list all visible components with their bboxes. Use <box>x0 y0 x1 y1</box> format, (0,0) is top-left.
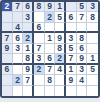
cell-r4c1[interactable]: 7 <box>2 33 13 43</box>
cell-r3c9[interactable] <box>87 23 98 34</box>
cell-r2c9[interactable]: 8 <box>87 12 98 22</box>
cell-r7c5[interactable]: 7 <box>45 65 56 75</box>
cell-r7c9[interactable]: 5 <box>87 65 98 75</box>
cell-r3c5[interactable] <box>45 23 56 34</box>
cell-r8c9[interactable] <box>87 75 98 85</box>
cell-r2c5[interactable]: 2 <box>45 12 56 22</box>
cell-r4c8[interactable]: 8 <box>77 33 88 43</box>
cell-r1c6[interactable]: 1 <box>55 2 66 12</box>
cell-r3c7[interactable] <box>66 23 77 34</box>
cell-r9c2[interactable] <box>13 86 24 96</box>
cell-r1c5[interactable]: 9 <box>45 2 56 12</box>
cell-r2c6[interactable]: 5 <box>55 12 66 22</box>
cell-r7c7[interactable]: 1 <box>66 65 77 75</box>
cell-r4c2[interactable]: 6 <box>13 33 24 43</box>
cell-r4c5[interactable]: 1 <box>45 33 56 43</box>
cell-r4c6[interactable]: 9 <box>55 33 66 43</box>
cell-r9c6[interactable] <box>55 86 66 96</box>
cell-r6c9[interactable]: 1 <box>87 54 98 65</box>
cell-r1c3[interactable]: 6 <box>23 2 34 12</box>
cell-r8c5[interactable]: 8 <box>45 75 56 85</box>
cell-r2c8[interactable]: 7 <box>77 12 88 22</box>
cell-r4c3[interactable]: 2 <box>23 33 34 43</box>
cell-r6c3[interactable]: 8 <box>23 54 34 65</box>
cell-r7c2[interactable] <box>13 65 24 75</box>
cell-r7c8[interactable]: 3 <box>77 65 88 75</box>
cell-r6c7[interactable]: 7 <box>66 54 77 65</box>
cell-r2c3[interactable]: 3 <box>23 12 34 22</box>
cell-r6c2[interactable] <box>13 54 24 65</box>
cell-r9c8[interactable] <box>77 86 88 96</box>
cell-r7c4[interactable]: 2 <box>34 65 45 75</box>
cell-r8c4[interactable] <box>34 75 45 85</box>
cell-r5c1[interactable]: 9 <box>2 44 13 54</box>
cell-r1c8[interactable]: 5 <box>77 2 88 12</box>
sudoku-board: 2768915332567846762193893178568362791692… <box>0 0 100 98</box>
cell-r6c5[interactable]: 6 <box>45 54 56 65</box>
cell-r5c2[interactable]: 3 <box>13 44 24 54</box>
cell-r6c4[interactable]: 3 <box>34 54 45 65</box>
cell-r1c2[interactable]: 7 <box>13 2 24 12</box>
cell-r8c2[interactable]: 2 <box>13 75 24 85</box>
cell-r8c6[interactable] <box>55 75 66 85</box>
cell-r9c5[interactable] <box>45 86 56 96</box>
cell-r4c7[interactable]: 3 <box>66 33 77 43</box>
cell-r6c8[interactable]: 9 <box>77 54 88 65</box>
cell-r8c7[interactable]: 9 <box>66 75 77 85</box>
cell-r9c3[interactable] <box>23 86 34 96</box>
cell-r9c7[interactable] <box>66 86 77 96</box>
cell-r9c9[interactable] <box>87 86 98 96</box>
cell-r2c1[interactable] <box>2 12 13 22</box>
cell-r3c4[interactable]: 6 <box>34 23 45 34</box>
cell-r4c9[interactable] <box>87 33 98 43</box>
cell-r3c3[interactable] <box>23 23 34 34</box>
cell-r1c9[interactable]: 3 <box>87 2 98 12</box>
cell-r1c4[interactable]: 8 <box>34 2 45 12</box>
cell-r2c7[interactable]: 6 <box>66 12 77 22</box>
cell-r3c1[interactable] <box>2 23 13 34</box>
cell-r9c4[interactable] <box>34 86 45 96</box>
cell-r8c1[interactable] <box>2 75 13 85</box>
cell-r4c4[interactable] <box>34 33 45 43</box>
cell-r7c1[interactable]: 6 <box>2 65 13 75</box>
cell-r6c1[interactable] <box>2 54 13 65</box>
cell-r3c8[interactable] <box>77 23 88 34</box>
cell-r8c3[interactable]: 7 <box>23 75 34 85</box>
cell-r8c8[interactable]: 4 <box>77 75 88 85</box>
cell-r6c6[interactable]: 2 <box>55 54 66 65</box>
cell-r1c1[interactable]: 2 <box>2 2 13 12</box>
cell-r3c6[interactable] <box>55 23 66 34</box>
cell-r7c6[interactable]: 4 <box>55 65 66 75</box>
cell-r7c3[interactable]: 9 <box>23 65 34 75</box>
cell-r3c2[interactable]: 4 <box>13 23 24 34</box>
cell-r1c7[interactable] <box>66 2 77 12</box>
cell-r9c1[interactable] <box>2 86 13 96</box>
